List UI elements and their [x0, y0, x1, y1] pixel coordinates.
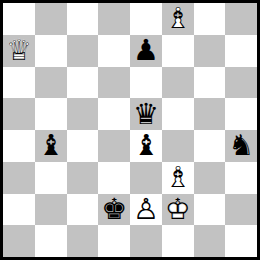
- square-h4[interactable]: ♞: [225, 130, 257, 162]
- square-c1[interactable]: [67, 225, 99, 257]
- piece-black-king-d2[interactable]: ♚: [98, 194, 130, 226]
- square-d8[interactable]: [98, 3, 130, 35]
- square-g4[interactable]: [194, 130, 226, 162]
- square-e5[interactable]: ♛: [130, 98, 162, 130]
- square-h6[interactable]: [225, 67, 257, 99]
- square-f2[interactable]: ♚♔: [162, 194, 194, 226]
- square-g8[interactable]: [194, 3, 226, 35]
- square-f4[interactable]: [162, 130, 194, 162]
- square-a5[interactable]: [3, 98, 35, 130]
- square-g1[interactable]: [194, 225, 226, 257]
- square-d7[interactable]: [98, 35, 130, 67]
- chess-board-frame: ♝♗♛♕♟♛♝♝♞♝♗♚♟♙♚♔: [0, 0, 260, 260]
- square-g6[interactable]: [194, 67, 226, 99]
- bishop-glyph: ♝: [130, 130, 162, 162]
- square-b5[interactable]: [35, 98, 67, 130]
- square-h7[interactable]: [225, 35, 257, 67]
- square-c8[interactable]: [67, 3, 99, 35]
- square-h8[interactable]: [225, 3, 257, 35]
- king-glyph: ♚: [98, 194, 130, 226]
- square-b6[interactable]: [35, 67, 67, 99]
- piece-white-king-f2[interactable]: ♚♔: [162, 194, 194, 226]
- queen-glyph: ♕: [3, 35, 35, 67]
- square-b8[interactable]: [35, 3, 67, 35]
- square-h1[interactable]: [225, 225, 257, 257]
- piece-black-queen-e5[interactable]: ♛: [130, 98, 162, 130]
- piece-black-bishop-e4[interactable]: ♝: [130, 130, 162, 162]
- square-b2[interactable]: [35, 194, 67, 226]
- square-g5[interactable]: [194, 98, 226, 130]
- bishop-glyph: ♝: [35, 130, 67, 162]
- square-h3[interactable]: [225, 162, 257, 194]
- square-c4[interactable]: [67, 130, 99, 162]
- square-f8[interactable]: ♝♗: [162, 3, 194, 35]
- square-h5[interactable]: [225, 98, 257, 130]
- square-a8[interactable]: [3, 3, 35, 35]
- bishop-glyph: ♗: [162, 162, 194, 194]
- square-e4[interactable]: ♝: [130, 130, 162, 162]
- knight-glyph: ♞: [225, 130, 257, 162]
- square-a2[interactable]: [3, 194, 35, 226]
- square-a4[interactable]: [3, 130, 35, 162]
- square-c7[interactable]: [67, 35, 99, 67]
- square-b1[interactable]: [35, 225, 67, 257]
- square-e3[interactable]: [130, 162, 162, 194]
- square-g2[interactable]: [194, 194, 226, 226]
- square-e2[interactable]: ♟♙: [130, 194, 162, 226]
- square-e8[interactable]: [130, 3, 162, 35]
- piece-black-knight-h4[interactable]: ♞: [225, 130, 257, 162]
- square-c6[interactable]: [67, 67, 99, 99]
- square-e6[interactable]: [130, 67, 162, 99]
- chess-board: ♝♗♛♕♟♛♝♝♞♝♗♚♟♙♚♔: [3, 3, 257, 257]
- square-c5[interactable]: [67, 98, 99, 130]
- square-b4[interactable]: ♝: [35, 130, 67, 162]
- square-a3[interactable]: [3, 162, 35, 194]
- square-c2[interactable]: [67, 194, 99, 226]
- piece-white-bishop-f8[interactable]: ♝♗: [162, 3, 194, 35]
- square-a1[interactable]: [3, 225, 35, 257]
- square-f5[interactable]: [162, 98, 194, 130]
- piece-white-bishop-f3[interactable]: ♝♗: [162, 162, 194, 194]
- square-h2[interactable]: [225, 194, 257, 226]
- square-b3[interactable]: [35, 162, 67, 194]
- king-glyph: ♔: [162, 194, 194, 226]
- square-g7[interactable]: [194, 35, 226, 67]
- square-c3[interactable]: [67, 162, 99, 194]
- square-d4[interactable]: [98, 130, 130, 162]
- square-e7[interactable]: ♟: [130, 35, 162, 67]
- square-b7[interactable]: [35, 35, 67, 67]
- square-f1[interactable]: [162, 225, 194, 257]
- piece-black-bishop-b4[interactable]: ♝: [35, 130, 67, 162]
- square-d2[interactable]: ♚: [98, 194, 130, 226]
- square-d5[interactable]: [98, 98, 130, 130]
- bishop-glyph: ♗: [162, 3, 194, 35]
- square-e1[interactable]: [130, 225, 162, 257]
- piece-white-queen-a7[interactable]: ♛♕: [3, 35, 35, 67]
- queen-glyph: ♛: [130, 98, 162, 130]
- square-a7[interactable]: ♛♕: [3, 35, 35, 67]
- square-f3[interactable]: ♝♗: [162, 162, 194, 194]
- square-g3[interactable]: [194, 162, 226, 194]
- square-d6[interactable]: [98, 67, 130, 99]
- pawn-glyph: ♟: [130, 35, 162, 67]
- pawn-glyph: ♙: [130, 194, 162, 226]
- square-f7[interactable]: [162, 35, 194, 67]
- piece-white-pawn-e2[interactable]: ♟♙: [130, 194, 162, 226]
- square-d1[interactable]: [98, 225, 130, 257]
- square-f6[interactable]: [162, 67, 194, 99]
- square-d3[interactable]: [98, 162, 130, 194]
- piece-black-pawn-e7[interactable]: ♟: [130, 35, 162, 67]
- square-a6[interactable]: [3, 67, 35, 99]
